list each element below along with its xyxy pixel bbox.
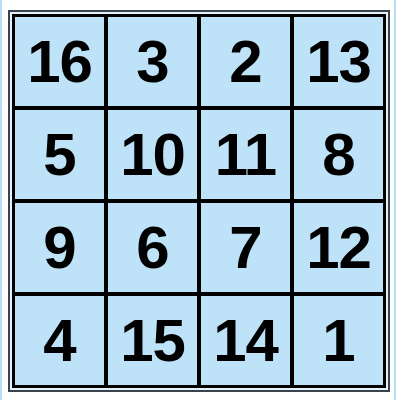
cell-r1c4: 13 xyxy=(294,17,383,106)
cell-r4c2: 15 xyxy=(108,296,197,385)
cell-r2c4: 8 xyxy=(294,110,383,199)
cell-r3c2: 6 xyxy=(108,203,197,292)
cell-r1c1: 16 xyxy=(15,17,104,106)
cell-r2c3: 11 xyxy=(201,110,290,199)
cell-r3c4: 12 xyxy=(294,203,383,292)
cell-r4c4: 1 xyxy=(294,296,383,385)
cell-r2c1: 5 xyxy=(15,110,104,199)
cell-r2c2: 10 xyxy=(108,110,197,199)
cell-r4c1: 4 xyxy=(15,296,104,385)
magic-square-grid: 16321351011896712415141 xyxy=(12,14,386,388)
cell-r1c3: 2 xyxy=(201,17,290,106)
edge-strip-left xyxy=(0,0,2,400)
cell-r4c3: 14 xyxy=(201,296,290,385)
cell-r3c1: 9 xyxy=(15,203,104,292)
cell-r1c2: 3 xyxy=(108,17,197,106)
cell-r3c3: 7 xyxy=(201,203,290,292)
magic-square-board: 16321351011896712415141 xyxy=(8,10,390,392)
page: 16321351011896712415141 xyxy=(0,0,396,400)
